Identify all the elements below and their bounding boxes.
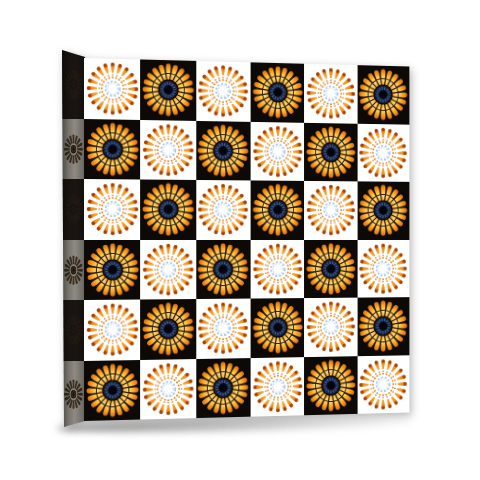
sunburst-dark-icon — [359, 300, 408, 352]
board-square — [357, 240, 409, 298]
board-square — [140, 359, 196, 420]
sunburst-light-icon — [198, 183, 249, 236]
board-square — [140, 119, 196, 179]
sunburst-light-icon — [142, 243, 194, 297]
board-square — [304, 356, 357, 415]
sunburst-light-icon — [359, 358, 408, 411]
sunburst-dark-icon — [86, 122, 139, 176]
spine-pattern-icon — [62, 300, 85, 361]
board-square — [251, 357, 305, 417]
sunburst-dark-icon — [252, 66, 303, 120]
board-square — [196, 299, 251, 359]
sunburst-dark-icon — [86, 243, 139, 297]
checkerboard-canvas-front — [84, 58, 409, 421]
sunburst-light-icon — [86, 61, 139, 116]
sunburst-light-icon — [252, 243, 303, 296]
board-square — [140, 299, 196, 359]
sunburst-dark-icon — [142, 63, 194, 117]
spine-pattern-icon — [62, 240, 85, 301]
sunburst-light-icon — [86, 303, 139, 357]
sunburst-light-icon — [142, 362, 194, 416]
sunburst-dark-icon — [359, 68, 408, 121]
sunburst-dark-icon — [252, 301, 303, 354]
board-square — [251, 240, 305, 299]
spine-segment — [62, 300, 85, 361]
board-square — [84, 119, 140, 180]
board-square — [84, 179, 140, 240]
sunburst-dark-icon — [142, 183, 194, 237]
board-square — [140, 59, 196, 120]
sunburst-dark-icon — [252, 184, 303, 237]
board-square — [357, 65, 409, 124]
spine-segment — [62, 240, 85, 301]
spine-pattern-icon — [62, 179, 85, 240]
board-square — [196, 358, 251, 418]
board-square — [140, 179, 196, 239]
board-square — [196, 240, 251, 300]
spine-segment — [62, 119, 85, 180]
spine-pattern-icon — [62, 361, 85, 428]
sunburst-light-icon — [306, 301, 356, 354]
board-square — [251, 180, 305, 239]
sunburst-dark-icon — [142, 302, 194, 356]
sunburst-dark-icon — [359, 185, 408, 237]
sunburst-light-icon — [252, 360, 303, 414]
sunburst-light-icon — [306, 67, 356, 120]
board-square — [304, 240, 357, 299]
sunburst-light-icon — [86, 182, 139, 236]
board-square — [84, 58, 140, 119]
board-square — [357, 297, 409, 356]
board-square — [84, 240, 140, 301]
product-photo — [0, 0, 480, 480]
spine-segment — [62, 361, 85, 428]
board-square — [357, 123, 409, 182]
board-square — [84, 360, 140, 421]
sunburst-light-icon — [252, 125, 303, 178]
board-square — [251, 298, 305, 358]
sunburst-dark-icon — [198, 243, 249, 296]
board-square — [304, 298, 357, 357]
mini-canvas — [62, 50, 414, 430]
sunburst-light-icon — [142, 123, 194, 177]
board-square — [196, 180, 251, 240]
sunburst-light-icon — [359, 243, 408, 295]
sunburst-dark-icon — [86, 363, 139, 418]
board-square — [357, 355, 409, 414]
board-square — [304, 64, 357, 123]
board-square — [304, 122, 357, 181]
spine-segment — [62, 179, 85, 240]
sunburst-light-icon — [306, 184, 356, 236]
board-square — [251, 62, 305, 122]
board-square — [304, 181, 357, 240]
sunburst-dark-icon — [198, 361, 249, 415]
board-square — [196, 61, 251, 121]
sunburst-light-icon — [359, 126, 408, 178]
sunburst-dark-icon — [306, 243, 356, 295]
board-square — [84, 300, 140, 361]
board-square — [357, 181, 409, 239]
sunburst-dark-icon — [306, 359, 356, 412]
board-square — [251, 121, 305, 181]
board-square — [196, 120, 251, 180]
sunburst-dark-icon — [306, 126, 356, 179]
spine-pattern-icon — [62, 50, 85, 119]
spine-segment — [62, 50, 85, 119]
spine-pattern-icon — [62, 119, 85, 180]
board-square — [140, 240, 196, 300]
sunburst-dark-icon — [198, 124, 249, 178]
sunburst-light-icon — [198, 302, 249, 356]
sunburst-light-icon — [198, 64, 249, 118]
canvas-side-edge — [62, 50, 85, 427]
